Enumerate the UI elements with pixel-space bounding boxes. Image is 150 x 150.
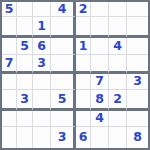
cell-r4c1-given-7[interactable]: 7 <box>2 55 17 74</box>
cell-r1c4-given-4[interactable]: 4 <box>51 2 76 17</box>
cell-r5c2-empty[interactable] <box>17 74 33 90</box>
cell-r7c6-given-4[interactable]: 4 <box>91 111 109 127</box>
cell-r6c1-empty[interactable] <box>2 90 17 111</box>
cell-r7c1-empty[interactable] <box>2 111 17 127</box>
cell-r6c3-empty[interactable] <box>33 90 51 111</box>
cell-r1c8-empty[interactable] <box>127 2 148 17</box>
cell-r2c7-empty[interactable] <box>109 17 127 38</box>
cell-r5c1-empty[interactable] <box>2 74 17 90</box>
cell-r6c5-empty[interactable] <box>76 90 91 111</box>
cell-r6c2-given-3[interactable]: 3 <box>17 90 33 111</box>
cell-r8c4-given-3[interactable]: 3 <box>51 127 76 148</box>
cell-r3c3-given-6[interactable]: 6 <box>33 38 51 55</box>
cell-r4c7-empty[interactable] <box>109 55 127 74</box>
cell-r3c7-given-4[interactable]: 4 <box>109 38 127 55</box>
cell-r7c2-empty[interactable] <box>17 111 33 127</box>
cell-r2c6-empty[interactable] <box>91 17 109 38</box>
cell-r8c8-given-8[interactable]: 8 <box>127 127 148 148</box>
cell-r8c2-empty[interactable] <box>17 127 33 148</box>
cell-r3c8-empty[interactable] <box>127 38 148 55</box>
cell-r1c2-empty[interactable] <box>17 2 33 17</box>
cell-r5c7-empty[interactable] <box>109 74 127 90</box>
cell-r2c5-empty[interactable] <box>76 17 91 38</box>
cell-r4c3-given-3[interactable]: 3 <box>33 55 51 74</box>
sudoku-board: 54215614737335824368 <box>0 0 150 150</box>
cell-r6c7-given-2[interactable]: 2 <box>109 90 127 111</box>
cell-r6c6-given-8[interactable]: 8 <box>91 90 109 111</box>
cell-r2c1-empty[interactable] <box>2 17 17 38</box>
cell-r1c7-empty[interactable] <box>109 2 127 17</box>
cell-r3c1-empty[interactable] <box>2 38 17 55</box>
cell-r1c5-given-2[interactable]: 2 <box>76 2 91 17</box>
cell-r2c8-empty[interactable] <box>127 17 148 38</box>
cell-r8c1-empty[interactable] <box>2 127 17 148</box>
cell-r2c2-empty[interactable] <box>17 17 33 38</box>
cell-r8c5-given-6[interactable]: 6 <box>76 127 91 148</box>
cell-r2c4-empty[interactable] <box>51 17 76 38</box>
cell-r6c8-empty[interactable] <box>127 90 148 111</box>
cell-r5c6-given-7[interactable]: 7 <box>91 74 109 90</box>
cell-r6c4-given-5[interactable]: 5 <box>51 90 76 111</box>
cell-r4c2-empty[interactable] <box>17 55 33 74</box>
cell-r4c4-empty[interactable] <box>51 55 76 74</box>
cell-r7c7-empty[interactable] <box>109 111 127 127</box>
cell-r3c4-empty[interactable] <box>51 38 76 55</box>
cell-r7c5-empty[interactable] <box>76 111 91 127</box>
cell-r7c3-empty[interactable] <box>33 111 51 127</box>
cell-r5c3-empty[interactable] <box>33 74 51 90</box>
cell-r7c4-empty[interactable] <box>51 111 76 127</box>
cell-r8c3-empty[interactable] <box>33 127 51 148</box>
cell-r1c3-empty[interactable] <box>33 2 51 17</box>
cell-r1c6-empty[interactable] <box>91 2 109 17</box>
cell-r4c6-empty[interactable] <box>91 55 109 74</box>
cell-r7c8-empty[interactable] <box>127 111 148 127</box>
cell-r5c8-given-3[interactable]: 3 <box>127 74 148 90</box>
cell-r8c7-empty[interactable] <box>109 127 127 148</box>
cell-r2c3-given-1[interactable]: 1 <box>33 17 51 38</box>
cell-r5c5-empty[interactable] <box>76 74 91 90</box>
cell-r4c5-empty[interactable] <box>76 55 91 74</box>
cell-r8c6-empty[interactable] <box>91 127 109 148</box>
cell-r3c2-given-5[interactable]: 5 <box>17 38 33 55</box>
cell-r1c1-given-5[interactable]: 5 <box>2 2 17 17</box>
cell-r4c8-empty[interactable] <box>127 55 148 74</box>
cell-r3c6-empty[interactable] <box>91 38 109 55</box>
cell-r5c4-empty[interactable] <box>51 74 76 90</box>
cell-r3c5-given-1[interactable]: 1 <box>76 38 91 55</box>
